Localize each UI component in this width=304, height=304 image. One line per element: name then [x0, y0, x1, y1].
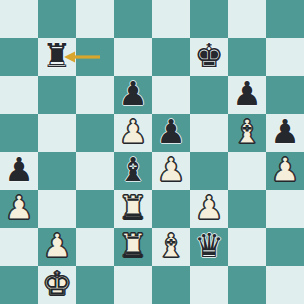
square-c8[interactable]	[76, 0, 114, 38]
square-d1[interactable]	[114, 266, 152, 304]
square-c1[interactable]	[76, 266, 114, 304]
square-f4[interactable]	[190, 152, 228, 190]
square-e8[interactable]	[152, 0, 190, 38]
white-king-b1: ♚	[42, 265, 72, 303]
square-g2[interactable]	[228, 228, 266, 266]
white-pawn-a3: ♟	[4, 189, 34, 227]
square-a7[interactable]	[0, 38, 38, 76]
chess-board: ♜♚♟♟♟♟♝♟♟♝♟♟♟♜♟♟♜♝♛♚	[0, 0, 304, 304]
square-g4[interactable]	[228, 152, 266, 190]
square-e3[interactable]	[152, 190, 190, 228]
square-b4[interactable]	[38, 152, 76, 190]
square-g3[interactable]	[228, 190, 266, 228]
square-h5[interactable]: ♟	[266, 114, 304, 152]
square-b8[interactable]	[38, 0, 76, 38]
white-pawn-b2: ♟	[42, 227, 72, 265]
square-d5[interactable]: ♟	[114, 114, 152, 152]
square-g8[interactable]	[228, 0, 266, 38]
square-f7[interactable]: ♚	[190, 38, 228, 76]
square-a5[interactable]	[0, 114, 38, 152]
square-g5[interactable]: ♝	[228, 114, 266, 152]
square-d3[interactable]: ♜	[114, 190, 152, 228]
square-h4[interactable]: ♟	[266, 152, 304, 190]
white-bishop-e2: ♝	[156, 227, 186, 265]
black-pawn-h5: ♟	[270, 113, 300, 151]
square-b5[interactable]	[38, 114, 76, 152]
white-pawn-h4: ♟	[270, 151, 300, 189]
white-pawn-e4: ♟	[156, 151, 186, 189]
black-pawn-e5: ♟	[156, 113, 186, 151]
square-f2[interactable]: ♛	[190, 228, 228, 266]
square-e2[interactable]: ♝	[152, 228, 190, 266]
black-pawn-d6: ♟	[118, 75, 148, 113]
square-f8[interactable]	[190, 0, 228, 38]
black-queen-f2: ♛	[194, 227, 224, 265]
square-e7[interactable]	[152, 38, 190, 76]
square-c4[interactable]	[76, 152, 114, 190]
square-g1[interactable]	[228, 266, 266, 304]
square-b7[interactable]: ♜	[38, 38, 76, 76]
white-pawn-f3: ♟	[194, 189, 224, 227]
square-h6[interactable]	[266, 76, 304, 114]
square-g6[interactable]: ♟	[228, 76, 266, 114]
square-a1[interactable]	[0, 266, 38, 304]
square-d4[interactable]: ♝	[114, 152, 152, 190]
square-h1[interactable]	[266, 266, 304, 304]
square-a6[interactable]	[0, 76, 38, 114]
square-h7[interactable]	[266, 38, 304, 76]
square-c5[interactable]	[76, 114, 114, 152]
square-a2[interactable]	[0, 228, 38, 266]
black-rook-b7: ♜	[42, 37, 72, 75]
square-f1[interactable]	[190, 266, 228, 304]
square-a3[interactable]: ♟	[0, 190, 38, 228]
square-b6[interactable]	[38, 76, 76, 114]
square-f6[interactable]	[190, 76, 228, 114]
square-b2[interactable]: ♟	[38, 228, 76, 266]
square-d6[interactable]: ♟	[114, 76, 152, 114]
square-b3[interactable]	[38, 190, 76, 228]
square-f5[interactable]	[190, 114, 228, 152]
square-b1[interactable]: ♚	[38, 266, 76, 304]
square-h2[interactable]	[266, 228, 304, 266]
square-a8[interactable]	[0, 0, 38, 38]
square-e5[interactable]: ♟	[152, 114, 190, 152]
square-e4[interactable]: ♟	[152, 152, 190, 190]
square-c2[interactable]	[76, 228, 114, 266]
black-pawn-a4: ♟	[4, 151, 34, 189]
square-d2[interactable]: ♜	[114, 228, 152, 266]
square-e1[interactable]	[152, 266, 190, 304]
white-pawn-d5: ♟	[118, 113, 148, 151]
board-grid: ♜♚♟♟♟♟♝♟♟♝♟♟♟♜♟♟♜♝♛♚	[0, 0, 304, 304]
white-rook-d2: ♜	[118, 227, 148, 265]
white-bishop-g5: ♝	[232, 113, 262, 151]
square-f3[interactable]: ♟	[190, 190, 228, 228]
white-rook-d3: ♜	[118, 189, 148, 227]
square-h3[interactable]	[266, 190, 304, 228]
square-d8[interactable]	[114, 0, 152, 38]
square-h8[interactable]	[266, 0, 304, 38]
black-king-f7: ♚	[194, 37, 224, 75]
square-g7[interactable]	[228, 38, 266, 76]
square-d7[interactable]	[114, 38, 152, 76]
square-e6[interactable]	[152, 76, 190, 114]
square-c7[interactable]	[76, 38, 114, 76]
square-c6[interactable]	[76, 76, 114, 114]
square-c3[interactable]	[76, 190, 114, 228]
black-pawn-g6: ♟	[232, 75, 262, 113]
square-a4[interactable]: ♟	[0, 152, 38, 190]
black-bishop-d4: ♝	[118, 151, 148, 189]
